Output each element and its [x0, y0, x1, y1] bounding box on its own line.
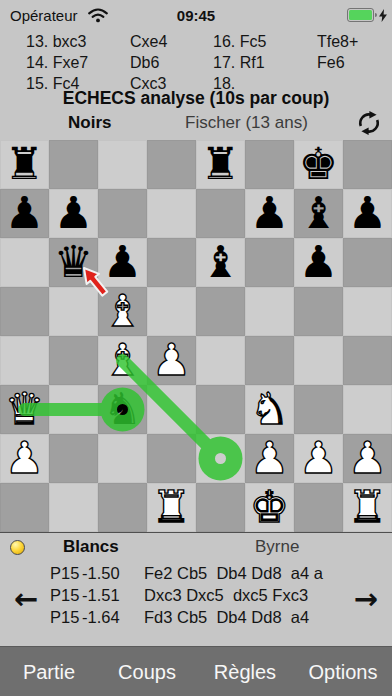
analysis-panel: Blancs Byrne P15-1.50Fe2 Cb5 Db4 Dd8 a4 …: [0, 532, 392, 647]
next-move-button[interactable]: →: [346, 584, 386, 614]
chess-board: ♜♜♚♟♟♟♝♟♛♟♝♟♝♝♟♛♞♞♟♟♟♟♜♚♜: [0, 140, 392, 532]
line-eval: -1.50: [82, 562, 144, 584]
line-eval: -1.51: [82, 584, 144, 606]
square-a5[interactable]: [0, 287, 49, 336]
piece-black-knight-c3: ♞: [103, 384, 142, 433]
square-e1[interactable]: [196, 483, 245, 532]
square-a3[interactable]: ♛: [0, 385, 49, 434]
piece-white-knight-f3: ♞: [250, 384, 289, 433]
square-b7[interactable]: ♟: [49, 189, 98, 238]
square-e5[interactable]: [196, 287, 245, 336]
square-h1[interactable]: ♜: [343, 483, 392, 532]
piece-white-rook-d1: ♜: [152, 482, 191, 531]
move-cell: Tfe8+: [317, 31, 358, 52]
engine-line[interactable]: P15-1.64Fd3 Cb5 Db4 Dd8 a4: [0, 606, 346, 628]
square-h4[interactable]: [343, 336, 392, 385]
status-bar: Opérateur 09:45: [0, 0, 392, 30]
piece-black-bishop-e6: ♝: [201, 237, 240, 286]
square-c3[interactable]: ♞: [98, 385, 147, 434]
square-f6[interactable]: [245, 238, 294, 287]
clock: 09:45: [0, 7, 392, 24]
piece-white-king-f1: ♚: [250, 482, 289, 531]
engine-lines[interactable]: P15-1.50Fe2 Cb5 Db4 Dd8 a4 aP15-1.51Dxc3…: [0, 562, 346, 628]
move-cell: Fe6: [317, 52, 358, 73]
square-c1[interactable]: [98, 483, 147, 532]
square-d4[interactable]: ♟: [147, 336, 196, 385]
square-f2[interactable]: ♟: [245, 434, 294, 483]
square-e2[interactable]: [196, 434, 245, 483]
line-eval: -1.64: [82, 606, 144, 628]
square-g5[interactable]: [294, 287, 343, 336]
square-g8[interactable]: ♚: [294, 140, 343, 189]
square-d8[interactable]: [147, 140, 196, 189]
square-a8[interactable]: ♜: [0, 140, 49, 189]
square-h8[interactable]: [343, 140, 392, 189]
piece-white-pawn-d4: ♟: [152, 335, 191, 384]
black-player-name: Fischer (13 ans): [185, 113, 308, 133]
square-f4[interactable]: [245, 336, 294, 385]
square-h5[interactable]: [343, 287, 392, 336]
square-b2[interactable]: [49, 434, 98, 483]
engine-line[interactable]: P15-1.51Dxc3 Dxc5 dxc5 Fxc3: [0, 584, 346, 606]
piece-white-pawn-h2: ♟: [348, 433, 387, 482]
square-a6[interactable]: [0, 238, 49, 287]
square-d2[interactable]: [147, 434, 196, 483]
side-label-black: Noirs: [68, 113, 111, 133]
tab-options[interactable]: Options: [294, 661, 392, 684]
tab-coups[interactable]: Coups: [98, 661, 196, 684]
square-d1[interactable]: ♜: [147, 483, 196, 532]
charging-bolt-icon: [379, 9, 387, 22]
tab-partie[interactable]: Partie: [0, 661, 98, 684]
move-cell: 16. Fc5: [213, 31, 317, 52]
square-e7[interactable]: [196, 189, 245, 238]
move-cell: Cxe4: [130, 31, 213, 52]
tab-bar: PartieCoupsRèglesOptions: [0, 646, 392, 696]
square-a1[interactable]: [0, 483, 49, 532]
square-g2[interactable]: ♟: [294, 434, 343, 483]
square-f8[interactable]: [245, 140, 294, 189]
square-e4[interactable]: [196, 336, 245, 385]
battery-icon: [347, 8, 374, 22]
square-g1[interactable]: [294, 483, 343, 532]
move-cell: Db6: [130, 52, 213, 73]
square-c5[interactable]: ♝: [98, 287, 147, 336]
piece-black-pawn-b7: ♟: [54, 188, 93, 237]
line-moves: Fd3 Cb5 Db4 Dd8 a4: [144, 606, 346, 628]
square-e6[interactable]: ♝: [196, 238, 245, 287]
app-title: ECHECS analyse (10s par coup): [0, 88, 392, 109]
square-g7[interactable]: ♝: [294, 189, 343, 238]
square-f3[interactable]: ♞: [245, 385, 294, 434]
line-moves: Dxc3 Dxc5 dxc5 Fxc3: [144, 584, 346, 606]
square-b1[interactable]: [49, 483, 98, 532]
square-f5[interactable]: [245, 287, 294, 336]
square-b3[interactable]: [49, 385, 98, 434]
piece-white-bishop-c5: ♝: [103, 286, 142, 335]
piece-black-pawn-g6: ♟: [299, 237, 338, 286]
square-c2[interactable]: [98, 434, 147, 483]
piece-black-pawn-h7: ♟: [348, 188, 387, 237]
move-cell: 13. bxc3: [26, 31, 130, 52]
square-a7[interactable]: ♟: [0, 189, 49, 238]
piece-white-pawn-g2: ♟: [299, 433, 338, 482]
square-c7[interactable]: [98, 189, 147, 238]
piece-black-rook-a8: ♜: [5, 139, 44, 188]
piece-black-rook-e8: ♜: [201, 139, 240, 188]
piece-black-king-g8: ♚: [299, 139, 338, 188]
square-b4[interactable]: [49, 336, 98, 385]
side-label-white: Blancs: [63, 537, 119, 557]
piece-white-rook-h1: ♜: [348, 482, 387, 531]
move-cell: 17. Rf1: [213, 52, 317, 73]
flip-board-icon[interactable]: [357, 110, 381, 136]
piece-white-queen-a3: ♛: [5, 384, 44, 433]
square-d7[interactable]: [147, 189, 196, 238]
piece-black-pawn-f7: ♟: [250, 188, 289, 237]
square-f7[interactable]: ♟: [245, 189, 294, 238]
square-c8[interactable]: [98, 140, 147, 189]
square-g3[interactable]: [294, 385, 343, 434]
square-a2[interactable]: ♟: [0, 434, 49, 483]
square-f1[interactable]: ♚: [245, 483, 294, 532]
square-e3[interactable]: [196, 385, 245, 434]
prev-move-button[interactable]: ←: [6, 584, 46, 614]
square-e8[interactable]: ♜: [196, 140, 245, 189]
engine-line[interactable]: P15-1.50Fe2 Cb5 Db4 Dd8 a4 a: [0, 562, 346, 584]
battery-group: [347, 8, 387, 22]
tab-regles[interactable]: Règles: [196, 661, 294, 684]
piece-white-bishop-c4: ♝: [103, 335, 142, 384]
square-h2[interactable]: ♟: [343, 434, 392, 483]
piece-black-pawn-c6: ♟: [103, 237, 142, 286]
line-depth: P15: [50, 584, 82, 606]
line-depth: P15: [50, 606, 82, 628]
square-c4[interactable]: ♝: [98, 336, 147, 385]
square-h3[interactable]: [343, 385, 392, 434]
square-b5[interactable]: [49, 287, 98, 336]
square-h6[interactable]: [343, 238, 392, 287]
square-g4[interactable]: [294, 336, 343, 385]
piece-black-pawn-a7: ♟: [5, 188, 44, 237]
piece-black-queen-b6: ♛: [54, 237, 93, 286]
square-b8[interactable]: [49, 140, 98, 189]
square-a4[interactable]: [0, 336, 49, 385]
piece-white-pawn-f2: ♟: [250, 433, 289, 482]
piece-black-bishop-g7: ♝: [299, 188, 338, 237]
move-list: 13. bxc3Cxe416. Fc5Tfe8+14. Fxe7Db617. R…: [26, 31, 358, 94]
square-h7[interactable]: ♟: [343, 189, 392, 238]
line-moves: Fe2 Cb5 Db4 Dd8 a4 a: [144, 562, 346, 584]
white-player-name: Byrne: [255, 537, 299, 557]
square-d3[interactable]: [147, 385, 196, 434]
square-g6[interactable]: ♟: [294, 238, 343, 287]
square-d6[interactable]: [147, 238, 196, 287]
line-depth: P15: [50, 562, 82, 584]
square-b6[interactable]: ♛: [49, 238, 98, 287]
square-d5[interactable]: [147, 287, 196, 336]
engine-status-ball: [10, 540, 25, 555]
move-cell: 14. Fxe7: [26, 52, 130, 73]
piece-white-pawn-a2: ♟: [5, 433, 44, 482]
square-c6[interactable]: ♟: [98, 238, 147, 287]
